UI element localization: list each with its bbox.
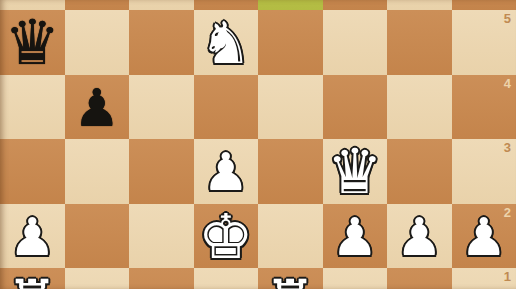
white-pawn-g2[interactable]: ♟: [396, 211, 443, 263]
square-f6[interactable]: [323, 0, 388, 10]
square-c5[interactable]: [129, 10, 194, 75]
square-d4[interactable]: [194, 75, 259, 140]
square-a2[interactable]: ♟: [0, 204, 65, 269]
rank-label-5: 5: [504, 12, 511, 25]
square-e3[interactable]: [258, 139, 323, 204]
square-c6[interactable]: [129, 0, 194, 10]
white-rook-e1[interactable]: ♜: [264, 272, 316, 289]
white-pawn-f2[interactable]: ♟: [331, 211, 378, 263]
square-e4[interactable]: [258, 75, 323, 140]
square-a1[interactable]: ♜: [0, 268, 65, 289]
square-e1[interactable]: ♜: [258, 268, 323, 289]
square-g1[interactable]: [387, 268, 452, 289]
square-d2[interactable]: ♚: [194, 204, 259, 269]
square-c1[interactable]: [129, 268, 194, 289]
white-queen-f3[interactable]: ♛: [327, 141, 383, 203]
white-king-d2[interactable]: ♚: [198, 206, 254, 268]
white-rook-a1[interactable]: ♜: [6, 272, 58, 289]
black-queen-a5[interactable]: ♛: [4, 12, 60, 74]
square-g3[interactable]: [387, 139, 452, 204]
chess-board: ♜♛♞5♟4♟♛3♟♚♟♟2♟♜♜1: [0, 0, 516, 289]
white-pawn-d3[interactable]: ♟: [202, 146, 249, 198]
square-b2[interactable]: [65, 204, 130, 269]
square-b5[interactable]: [65, 10, 130, 75]
square-h4[interactable]: 4: [452, 75, 516, 140]
square-f1[interactable]: [323, 268, 388, 289]
square-e2[interactable]: [258, 204, 323, 269]
square-f4[interactable]: [323, 75, 388, 140]
square-g5[interactable]: [387, 10, 452, 75]
square-g2[interactable]: ♟: [387, 204, 452, 269]
square-d5[interactable]: ♞: [194, 10, 259, 75]
square-g6[interactable]: [387, 0, 452, 10]
square-h1[interactable]: 1: [452, 268, 516, 289]
square-h2[interactable]: 2♟: [452, 204, 516, 269]
square-b6[interactable]: [65, 0, 130, 10]
square-b3[interactable]: [65, 139, 130, 204]
square-g4[interactable]: [387, 75, 452, 140]
square-e5[interactable]: [258, 10, 323, 75]
square-d3[interactable]: ♟: [194, 139, 259, 204]
chess-board-viewport: ♜♛♞5♟4♟♛3♟♚♟♟2♟♜♜1: [0, 0, 516, 289]
square-a5[interactable]: ♛: [0, 10, 65, 75]
square-c2[interactable]: [129, 204, 194, 269]
square-h5[interactable]: 5: [452, 10, 516, 75]
square-a3[interactable]: [0, 139, 65, 204]
rank-label-3: 3: [504, 141, 511, 154]
square-f3[interactable]: ♛: [323, 139, 388, 204]
square-c4[interactable]: [129, 75, 194, 140]
black-pawn-b4[interactable]: ♟: [73, 82, 120, 134]
square-h3[interactable]: 3: [452, 139, 516, 204]
square-b1[interactable]: [65, 268, 130, 289]
white-pawn-h2[interactable]: ♟: [460, 211, 507, 263]
square-e6[interactable]: ♜: [258, 0, 323, 10]
square-a4[interactable]: [0, 75, 65, 140]
white-knight-d5[interactable]: ♞: [200, 14, 252, 72]
white-pawn-a2[interactable]: ♟: [9, 211, 56, 263]
square-c3[interactable]: [129, 139, 194, 204]
rank-label-1: 1: [504, 270, 511, 283]
square-f5[interactable]: [323, 10, 388, 75]
black-rook-e6[interactable]: ♜: [264, 0, 316, 8]
square-h6[interactable]: [452, 0, 516, 10]
square-f2[interactable]: ♟: [323, 204, 388, 269]
square-b4[interactable]: ♟: [65, 75, 130, 140]
rank-label-4: 4: [504, 77, 511, 90]
